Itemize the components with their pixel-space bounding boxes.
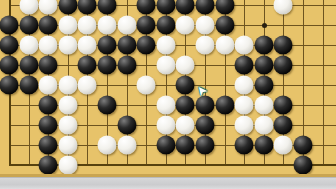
stone-white[interactable] (156, 56, 175, 75)
stone-white[interactable] (254, 96, 273, 115)
stone-black[interactable] (156, 16, 175, 35)
stone-black[interactable] (39, 96, 58, 115)
stone-white[interactable] (58, 16, 77, 35)
stone-black[interactable] (39, 136, 58, 155)
background-outside-board (0, 178, 336, 189)
stone-black[interactable] (117, 116, 136, 135)
stone-black[interactable] (196, 116, 215, 135)
stone-black[interactable] (156, 136, 175, 155)
stone-white[interactable] (196, 16, 215, 35)
star-point (262, 23, 267, 28)
stone-black[interactable] (39, 16, 58, 35)
stone-white[interactable] (78, 36, 97, 55)
stone-white[interactable] (156, 96, 175, 115)
stone-black[interactable] (0, 36, 19, 55)
stone-black[interactable] (254, 76, 273, 95)
stone-white[interactable] (176, 56, 195, 75)
stone-black[interactable] (98, 96, 117, 115)
stone-white[interactable] (235, 36, 254, 55)
stone-black[interactable] (196, 136, 215, 155)
stone-black[interactable] (294, 156, 313, 175)
stone-white[interactable] (176, 116, 195, 135)
stone-white[interactable] (235, 76, 254, 95)
stone-black[interactable] (215, 16, 234, 35)
stone-black[interactable] (137, 16, 156, 35)
stone-black[interactable] (19, 16, 38, 35)
stone-black[interactable] (19, 76, 38, 95)
stone-white[interactable] (98, 136, 117, 155)
stone-black[interactable] (98, 36, 117, 55)
stone-white[interactable] (58, 136, 77, 155)
stone-white[interactable] (98, 16, 117, 35)
stone-white[interactable] (254, 116, 273, 135)
stone-black[interactable] (176, 96, 195, 115)
stone-white[interactable] (117, 16, 136, 35)
stone-white[interactable] (196, 36, 215, 55)
stone-white[interactable] (235, 96, 254, 115)
stone-black[interactable] (39, 156, 58, 175)
stone-white[interactable] (58, 96, 77, 115)
stone-black[interactable] (274, 116, 293, 135)
stone-black[interactable] (235, 136, 254, 155)
stone-black[interactable] (215, 96, 234, 115)
stone-black[interactable] (98, 56, 117, 75)
stone-white[interactable] (215, 36, 234, 55)
stone-black[interactable] (39, 56, 58, 75)
stone-black[interactable] (0, 16, 19, 35)
stone-white[interactable] (235, 116, 254, 135)
stone-white[interactable] (58, 76, 77, 95)
stone-white[interactable] (19, 36, 38, 55)
stone-black[interactable] (117, 56, 136, 75)
stone-black[interactable] (274, 36, 293, 55)
stone-black[interactable] (254, 56, 273, 75)
stone-black[interactable] (117, 36, 136, 55)
stone-white[interactable] (58, 36, 77, 55)
stone-white[interactable] (39, 36, 58, 55)
stone-white[interactable] (117, 136, 136, 155)
stone-white[interactable] (137, 76, 156, 95)
stone-black[interactable] (294, 136, 313, 155)
stone-black[interactable] (19, 56, 38, 75)
stone-white[interactable] (78, 76, 97, 95)
stone-black[interactable] (78, 56, 97, 75)
stone-white[interactable] (58, 156, 77, 175)
stone-black[interactable] (235, 56, 254, 75)
stone-black[interactable] (274, 56, 293, 75)
go-board[interactable] (0, 0, 336, 176)
stone-black[interactable] (176, 136, 195, 155)
stone-black[interactable] (39, 116, 58, 135)
stone-black[interactable] (0, 56, 19, 75)
stone-black[interactable] (137, 36, 156, 55)
stone-white[interactable] (156, 116, 175, 135)
stone-white[interactable] (58, 116, 77, 135)
stone-white[interactable] (156, 36, 175, 55)
stone-white[interactable] (39, 76, 58, 95)
stone-white[interactable] (176, 16, 195, 35)
stone-white[interactable] (78, 16, 97, 35)
stone-black[interactable] (254, 36, 273, 55)
stone-black[interactable] (0, 76, 19, 95)
stone-black[interactable] (274, 96, 293, 115)
stone-white[interactable] (274, 136, 293, 155)
stone-black[interactable] (254, 136, 273, 155)
